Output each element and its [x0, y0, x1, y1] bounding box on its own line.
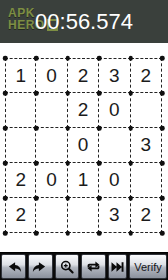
game-timer: 00:56.574: [0, 9, 168, 35]
grid-cell[interactable]: [131, 163, 162, 198]
lattice-dot: [97, 161, 102, 166]
grid-cell[interactable]: [36, 198, 67, 233]
lattice-dot: [128, 91, 133, 96]
grid-cell[interactable]: 0: [99, 93, 130, 128]
grid-cell[interactable]: 2: [68, 58, 99, 93]
undo-button[interactable]: [1, 254, 26, 279]
lattice-dot: [34, 231, 39, 236]
lattice-dot: [3, 56, 8, 61]
lattice-dot: [160, 126, 165, 131]
lattice-dot: [97, 56, 102, 61]
lattice-dot: [66, 91, 71, 96]
lattice-dot: [128, 161, 133, 166]
grid-cell[interactable]: [36, 128, 67, 163]
grid-cell[interactable]: 0: [68, 128, 99, 163]
lattice-dot: [3, 126, 8, 131]
lattice-dot: [97, 196, 102, 201]
verify-button[interactable]: Verify: [129, 254, 167, 279]
lattice-dot: [34, 161, 39, 166]
repeat-loop-icon: [85, 259, 102, 274]
undo-icon: [5, 259, 22, 274]
lattice-dot: [3, 91, 8, 96]
timer-bar: APK HERO 00:56.574: [0, 0, 168, 43]
lattice-dot: [160, 161, 165, 166]
lattice-dot: [160, 91, 165, 96]
board: 1023220032010232: [5, 58, 162, 233]
lattice-dot: [97, 91, 102, 96]
lattice-dot: [3, 196, 8, 201]
lattice-dot: [160, 196, 165, 201]
lattice-dot: [34, 196, 39, 201]
grid-cell[interactable]: 3: [99, 198, 130, 233]
grid-cell[interactable]: [36, 93, 67, 128]
lattice-dot: [66, 126, 71, 131]
lattice-dot: [66, 196, 71, 201]
grid-cell[interactable]: 2: [131, 198, 162, 233]
lattice-dot: [66, 161, 71, 166]
lattice-dot: [160, 56, 165, 61]
grid-cell[interactable]: 2: [5, 198, 36, 233]
lattice-dot: [34, 56, 39, 61]
slitherlink-grid: 1023220032010232: [5, 58, 162, 233]
grid-cell[interactable]: [131, 93, 162, 128]
grid-cell[interactable]: 0: [36, 58, 67, 93]
grid-cell[interactable]: [99, 128, 130, 163]
grid-cell[interactable]: 0: [99, 163, 130, 198]
grid-cell[interactable]: 0: [36, 163, 67, 198]
lattice-dot: [128, 126, 133, 131]
grid-cell[interactable]: [5, 93, 36, 128]
lattice-dot: [34, 126, 39, 131]
lattice-dot: [97, 126, 102, 131]
lattice-dot: [128, 231, 133, 236]
lattice-dot: [34, 91, 39, 96]
redo-icon: [32, 259, 49, 274]
lattice-dot: [160, 231, 165, 236]
grid-cell[interactable]: [5, 128, 36, 163]
skip-to-end-button[interactable]: [108, 254, 127, 279]
lattice-dot: [97, 231, 102, 236]
redo-button[interactable]: [28, 254, 53, 279]
lattice-dot: [128, 196, 133, 201]
grid-cell[interactable]: 3: [99, 58, 130, 93]
lattice-dot: [3, 231, 8, 236]
lattice-dot: [66, 231, 71, 236]
magnifier-plus-icon: [59, 259, 75, 275]
lattice-dot: [66, 56, 71, 61]
grid-cell[interactable]: 2: [5, 163, 36, 198]
grid-cell[interactable]: 1: [68, 163, 99, 198]
toolbar: Verify: [0, 252, 168, 280]
lattice-dot: [3, 161, 8, 166]
restart-button[interactable]: [81, 254, 106, 279]
lattice-dot: [128, 56, 133, 61]
zoom-button[interactable]: [55, 254, 80, 279]
grid-cell[interactable]: 2: [68, 93, 99, 128]
grid-cell[interactable]: [68, 198, 99, 233]
grid-cell[interactable]: 3: [131, 128, 162, 163]
skip-to-end-icon: [110, 260, 125, 274]
grid-cell[interactable]: 2: [131, 58, 162, 93]
grid-cell[interactable]: 1: [5, 58, 36, 93]
